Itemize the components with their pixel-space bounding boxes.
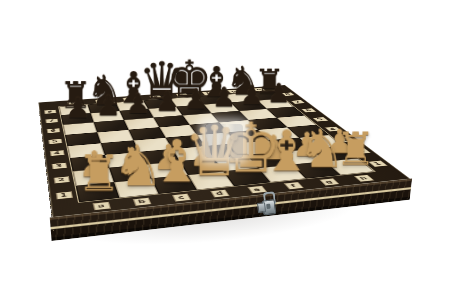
black-rook: ♜	[59, 77, 92, 114]
rank-label-7-right: 7	[290, 100, 305, 104]
square-h1[interactable]: ♜	[325, 158, 374, 175]
file-label-b-front: b	[132, 197, 151, 206]
rank-label-2-left: 2	[53, 176, 69, 183]
rank-label-8-left: 8	[44, 109, 57, 113]
square-h3[interactable]	[299, 135, 343, 149]
clasp-latch	[256, 191, 279, 215]
rank-label-7-left: 7	[45, 118, 58, 123]
square-b1[interactable]: ♞	[114, 178, 159, 197]
photo-stage: ♜♞♝♛♚♝♞♜♟♟♟♟♟♟♟♟♟♟♟♟♟♟♟♟♜♞♝♛♚♝♞♜ aabbccd…	[0, 0, 449, 300]
rank-label-2-right: 2	[351, 148, 370, 154]
rank-label-4-right: 4	[324, 126, 341, 131]
rank-label-3-right: 3	[337, 137, 355, 143]
file-label-c-front: c	[171, 193, 190, 201]
file-label-a-front: a	[92, 201, 111, 210]
rank-label-1-left: 1	[55, 191, 72, 199]
rank-label-5-right: 5	[312, 117, 328, 122]
rank-label-8-right: 8	[280, 92, 294, 96]
file-label-g-front: g	[318, 178, 339, 186]
file-label-f-front: f	[283, 182, 303, 190]
watermark-blur	[205, 124, 243, 158]
rank-label-3-left: 3	[51, 162, 67, 169]
rank-label-5-left: 5	[48, 139, 62, 145]
black-bishop: ♝	[114, 66, 153, 109]
square-c1[interactable]: ♝	[151, 175, 196, 194]
rank-label-1-right: 1	[367, 160, 387, 167]
rank-label-4-left: 4	[49, 150, 64, 156]
file-label-h-front: h	[353, 174, 374, 181]
square-d5[interactable]	[159, 125, 197, 138]
file-label-d-front: d	[209, 189, 229, 197]
square-a1[interactable]: ♜	[76, 182, 120, 202]
rank-label-6-left: 6	[46, 128, 60, 133]
clasp-tab-icon	[257, 202, 266, 213]
square-b6[interactable]	[94, 120, 129, 132]
rank-label-6-right: 6	[301, 108, 317, 112]
